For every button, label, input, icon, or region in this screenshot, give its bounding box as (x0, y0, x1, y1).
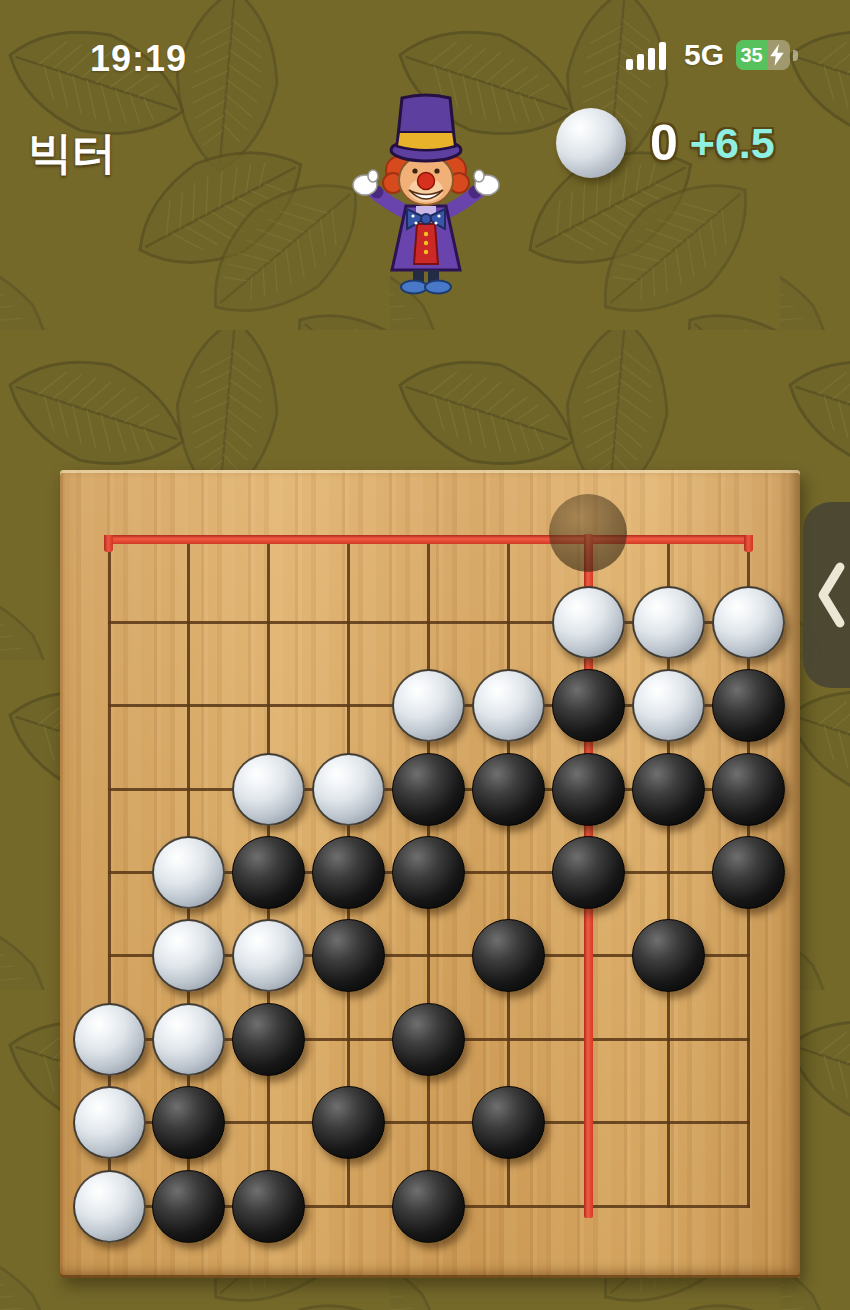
stone-black (312, 1086, 385, 1159)
white-stone-icon (556, 108, 626, 178)
stone-white (632, 586, 705, 659)
player-name: 빅터 (28, 124, 116, 183)
stone-black (392, 753, 465, 826)
pending-move-ghost-stone[interactable] (549, 494, 627, 572)
stone-white (232, 919, 305, 992)
stone-white (152, 919, 225, 992)
stone-white (552, 586, 625, 659)
chevron-left-icon (815, 560, 847, 630)
stone-black (552, 753, 625, 826)
highlight-line-end-cap (104, 535, 113, 552)
stone-white (392, 669, 465, 742)
stone-black (232, 836, 305, 909)
stone-black (712, 753, 785, 826)
stone-black (392, 836, 465, 909)
stone-white (152, 836, 225, 909)
stone-black (472, 1086, 545, 1159)
stone-black (152, 1170, 225, 1243)
stone-white (632, 669, 705, 742)
stone-black (232, 1170, 305, 1243)
stone-black (712, 836, 785, 909)
stone-black (392, 1003, 465, 1076)
stone-black (472, 753, 545, 826)
stone-white (152, 1003, 225, 1076)
clown-avatar[interactable] (350, 90, 502, 295)
stone-black (392, 1170, 465, 1243)
komi-value: +6.5 (690, 119, 775, 168)
go-board[interactable] (60, 470, 800, 1278)
stone-white (312, 753, 385, 826)
stone-white (73, 1170, 146, 1243)
stone-black (632, 919, 705, 992)
highlight-line-end-cap (744, 535, 753, 552)
screen: 19:19 5G 35 빅터 (0, 0, 850, 1310)
stone-black (232, 1003, 305, 1076)
stone-white (232, 753, 305, 826)
stone-black (152, 1086, 225, 1159)
stone-black (552, 836, 625, 909)
stone-black (312, 919, 385, 992)
stone-black (552, 669, 625, 742)
side-panel-handle[interactable] (803, 502, 850, 688)
stone-black (712, 669, 785, 742)
highlight-row-line (104, 535, 753, 544)
stone-white (73, 1003, 146, 1076)
stone-white (472, 669, 545, 742)
white-captures-count: 0 (650, 114, 678, 172)
stone-black (472, 919, 545, 992)
white-score-group: 0 +6.5 (556, 108, 775, 178)
stone-white (712, 586, 785, 659)
player-header: 빅터 (0, 0, 850, 300)
stone-black (312, 836, 385, 909)
stone-black (632, 753, 705, 826)
stone-white (73, 1086, 146, 1159)
